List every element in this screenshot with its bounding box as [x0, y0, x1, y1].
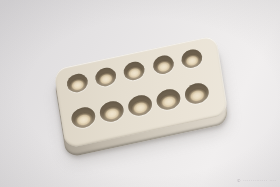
mancala-board: [54, 35, 229, 149]
pit-r1-c2: [94, 65, 117, 87]
pit-r2-c4: [155, 87, 182, 112]
watermark: © ············· ····: [237, 178, 277, 183]
pit-r1-c1: [66, 71, 89, 93]
pit-r2-c3: [127, 93, 154, 118]
board-top-face: [54, 35, 229, 149]
photo-stage: © ············· ····: [0, 0, 280, 187]
pit-r2-c1: [70, 105, 97, 130]
pit-r1-c4: [151, 53, 174, 75]
pit-r2-c2: [98, 99, 125, 124]
pit-r1-c5: [180, 47, 203, 69]
pit-r2-c5: [184, 80, 211, 105]
pit-r1-c3: [123, 59, 146, 81]
